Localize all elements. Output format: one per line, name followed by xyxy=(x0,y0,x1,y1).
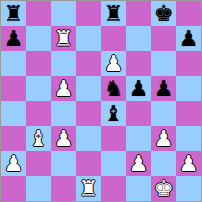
piece-white-king: ♚ xyxy=(154,176,174,201)
square-d5[interactable] xyxy=(76,76,101,101)
piece-white-pawn: ♟ xyxy=(179,151,199,176)
square-c2[interactable] xyxy=(51,151,76,176)
square-g5[interactable]: ♟ xyxy=(151,76,176,101)
square-d4[interactable] xyxy=(76,101,101,126)
piece-white-bishop: ♝ xyxy=(29,126,49,151)
square-e8[interactable]: ♜ xyxy=(101,1,126,26)
square-b1[interactable] xyxy=(26,176,51,201)
piece-white-pawn: ♟ xyxy=(129,151,149,176)
square-h6[interactable] xyxy=(176,51,201,76)
square-b3[interactable]: ♝ xyxy=(26,126,51,151)
piece-black-pawn: ♟ xyxy=(179,26,199,51)
piece-white-pawn: ♟ xyxy=(54,76,74,101)
square-g4[interactable] xyxy=(151,101,176,126)
piece-black-pawn: ♟ xyxy=(4,26,24,51)
square-b7[interactable] xyxy=(26,26,51,51)
square-g1[interactable]: ♚ xyxy=(151,176,176,201)
square-e7[interactable] xyxy=(101,26,126,51)
square-c6[interactable] xyxy=(51,51,76,76)
square-e3[interactable] xyxy=(101,126,126,151)
piece-white-rook: ♜ xyxy=(54,26,74,51)
piece-black-king: ♚ xyxy=(154,1,174,26)
square-g2[interactable] xyxy=(151,151,176,176)
piece-white-pawn: ♟ xyxy=(54,126,74,151)
piece-black-bishop: ♝ xyxy=(104,101,124,126)
piece-black-knight: ♞ xyxy=(104,76,124,101)
square-b8[interactable] xyxy=(26,1,51,26)
piece-white-pawn: ♟ xyxy=(4,151,24,176)
square-f3[interactable] xyxy=(126,126,151,151)
chess-board: ♜♜♚♟♜♟♟♟♞♟♟♝♝♟♟♟♟♟♜♚ xyxy=(1,1,201,201)
square-b4[interactable] xyxy=(26,101,51,126)
square-f6[interactable] xyxy=(126,51,151,76)
square-f2[interactable]: ♟ xyxy=(126,151,151,176)
square-e5[interactable]: ♞ xyxy=(101,76,126,101)
square-b5[interactable] xyxy=(26,76,51,101)
square-c5[interactable]: ♟ xyxy=(51,76,76,101)
square-h8[interactable] xyxy=(176,1,201,26)
square-d6[interactable] xyxy=(76,51,101,76)
piece-black-rook: ♜ xyxy=(4,1,24,26)
square-d1[interactable]: ♜ xyxy=(76,176,101,201)
square-g7[interactable] xyxy=(151,26,176,51)
piece-black-rook: ♜ xyxy=(104,1,124,26)
square-c3[interactable]: ♟ xyxy=(51,126,76,151)
square-e1[interactable] xyxy=(101,176,126,201)
chess-board-frame: ♜♜♚♟♜♟♟♟♞♟♟♝♝♟♟♟♟♟♜♚ xyxy=(0,0,202,202)
square-a8[interactable]: ♜ xyxy=(1,1,26,26)
square-b6[interactable] xyxy=(26,51,51,76)
square-h7[interactable]: ♟ xyxy=(176,26,201,51)
piece-white-rook: ♜ xyxy=(79,176,99,201)
square-f1[interactable] xyxy=(126,176,151,201)
square-g8[interactable]: ♚ xyxy=(151,1,176,26)
square-e6[interactable]: ♟ xyxy=(101,51,126,76)
square-a1[interactable] xyxy=(1,176,26,201)
piece-white-pawn: ♟ xyxy=(104,51,124,76)
square-e2[interactable] xyxy=(101,151,126,176)
square-f8[interactable] xyxy=(126,1,151,26)
square-a7[interactable]: ♟ xyxy=(1,26,26,51)
square-d3[interactable] xyxy=(76,126,101,151)
square-a3[interactable] xyxy=(1,126,26,151)
square-h5[interactable] xyxy=(176,76,201,101)
square-c1[interactable] xyxy=(51,176,76,201)
square-a4[interactable] xyxy=(1,101,26,126)
square-c8[interactable] xyxy=(51,1,76,26)
square-a5[interactable] xyxy=(1,76,26,101)
square-f5[interactable]: ♟ xyxy=(126,76,151,101)
square-e4[interactable]: ♝ xyxy=(101,101,126,126)
square-b2[interactable] xyxy=(26,151,51,176)
square-g3[interactable]: ♟ xyxy=(151,126,176,151)
square-d2[interactable] xyxy=(76,151,101,176)
square-h3[interactable] xyxy=(176,126,201,151)
square-h4[interactable] xyxy=(176,101,201,126)
square-d7[interactable] xyxy=(76,26,101,51)
square-f7[interactable] xyxy=(126,26,151,51)
square-g6[interactable] xyxy=(151,51,176,76)
square-c4[interactable] xyxy=(51,101,76,126)
square-d8[interactable] xyxy=(76,1,101,26)
square-h2[interactable]: ♟ xyxy=(176,151,201,176)
square-h1[interactable] xyxy=(176,176,201,201)
square-f4[interactable] xyxy=(126,101,151,126)
square-c7[interactable]: ♜ xyxy=(51,26,76,51)
piece-white-pawn: ♟ xyxy=(154,126,174,151)
piece-black-pawn: ♟ xyxy=(129,76,149,101)
piece-black-pawn: ♟ xyxy=(154,76,174,101)
square-a6[interactable] xyxy=(1,51,26,76)
square-a2[interactable]: ♟ xyxy=(1,151,26,176)
